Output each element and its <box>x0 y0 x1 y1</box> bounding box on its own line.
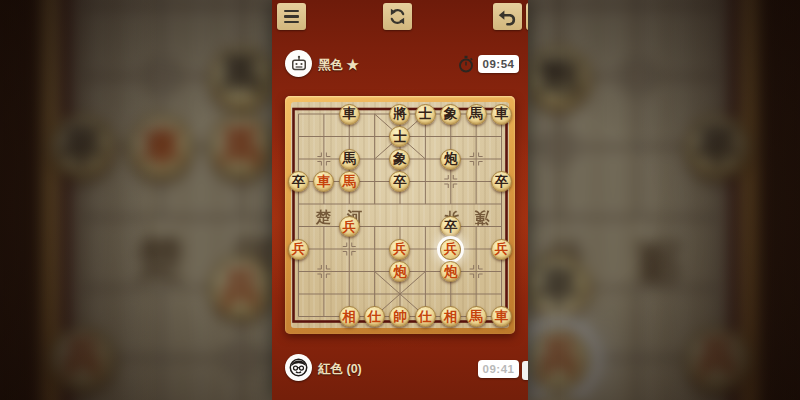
piece-black-advisor[interactable]: 士 <box>389 126 410 147</box>
piece-red-horse[interactable]: 馬 <box>466 306 487 327</box>
piece-red-soldier[interactable]: 兵 <box>339 216 360 237</box>
piece-black-horse[interactable]: 馬 <box>339 149 360 170</box>
robot-icon <box>289 54 309 74</box>
top-player-name: 黑色 ★ <box>318 57 359 74</box>
piece-black-chariot[interactable]: 車 <box>491 104 512 125</box>
piece-red-advisor[interactable]: 仕 <box>364 306 385 327</box>
human-avatar <box>285 354 312 381</box>
bottom-player-clock: 09:41 <box>478 360 519 378</box>
piece-red-cannon[interactable]: 炮 <box>440 261 461 282</box>
piece-red-soldier[interactable]: 兵 <box>389 239 410 260</box>
undo-button[interactable] <box>493 3 522 30</box>
piece-red-horse[interactable]: 馬 <box>339 171 360 192</box>
piece-red-soldier[interactable]: 兵 <box>491 239 512 260</box>
restart-icon <box>388 7 407 26</box>
xiangqi-board[interactable]: 楚 河漢 界車將士象馬車士馬象炮卒車馬卒卒兵卒兵兵兵兵炮炮相仕帥仕相馬車 <box>285 96 515 334</box>
piece-black-chariot[interactable]: 車 <box>339 104 360 125</box>
piece-black-elephant[interactable]: 象 <box>440 104 461 125</box>
piece-black-general[interactable]: 將 <box>389 104 410 125</box>
piece-red-elephant[interactable]: 相 <box>339 306 360 327</box>
piece-black-horse[interactable]: 馬 <box>466 104 487 125</box>
piece-red-soldier[interactable]: 兵 <box>440 239 461 260</box>
piece-black-elephant[interactable]: 象 <box>389 149 410 170</box>
robot-avatar <box>285 50 312 77</box>
edge-sliver <box>522 361 528 380</box>
clipped-edge-button[interactable] <box>526 3 528 30</box>
piece-black-advisor[interactable]: 士 <box>415 104 436 125</box>
bottom-player-name: 紅色 (0) <box>318 361 362 378</box>
face-icon <box>288 357 309 378</box>
undo-icon <box>498 7 518 27</box>
piece-black-soldier[interactable]: 卒 <box>389 171 410 192</box>
game-column: 黑色 ★ 09:54 楚 河漢 界車將士象馬車士馬象炮卒車馬卒卒兵卒兵兵兵兵炮炮… <box>272 0 528 400</box>
piece-red-chariot[interactable]: 車 <box>491 306 512 327</box>
piece-red-elephant[interactable]: 相 <box>440 306 461 327</box>
piece-black-soldier[interactable]: 卒 <box>288 171 309 192</box>
piece-red-advisor[interactable]: 仕 <box>415 306 436 327</box>
piece-red-chariot[interactable]: 車 <box>313 171 334 192</box>
piece-black-cannon[interactable]: 炮 <box>440 149 461 170</box>
top-player-clock: 09:54 <box>478 55 519 73</box>
piece-red-general[interactable]: 帥 <box>389 306 410 327</box>
piece-red-cannon[interactable]: 炮 <box>389 261 410 282</box>
piece-red-soldier[interactable]: 兵 <box>288 239 309 260</box>
restart-button[interactable] <box>383 3 412 30</box>
piece-black-soldier[interactable]: 卒 <box>440 216 461 237</box>
menu-button[interactable] <box>277 3 306 30</box>
piece-black-soldier[interactable]: 卒 <box>491 171 512 192</box>
menu-icon <box>284 10 299 24</box>
stopwatch-icon <box>458 55 474 73</box>
app-screenshot: 楚 河漢 界車將士象馬車士馬象炮卒車馬卒卒兵卒兵兵兵兵炮炮相仕帥仕相馬車 <box>0 0 800 400</box>
